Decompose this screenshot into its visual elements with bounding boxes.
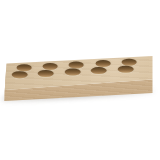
board-top-face xyxy=(0,0,160,160)
pit-r0c0[interactable] xyxy=(16,64,31,71)
pit-r0c3[interactable] xyxy=(96,60,111,67)
pit-r0c2[interactable] xyxy=(69,61,84,68)
pit-r0c1[interactable] xyxy=(43,62,58,69)
pit-r1c2[interactable] xyxy=(64,69,80,76)
pit-cell xyxy=(110,65,141,74)
pit-r1c0[interactable] xyxy=(12,72,28,79)
pit-r1c3[interactable] xyxy=(91,67,107,74)
pit-r0c4[interactable] xyxy=(122,58,137,65)
pit-r1c1[interactable] xyxy=(38,70,54,77)
pit-r1c4[interactable] xyxy=(117,66,133,73)
board xyxy=(0,0,160,160)
stage xyxy=(0,0,160,160)
